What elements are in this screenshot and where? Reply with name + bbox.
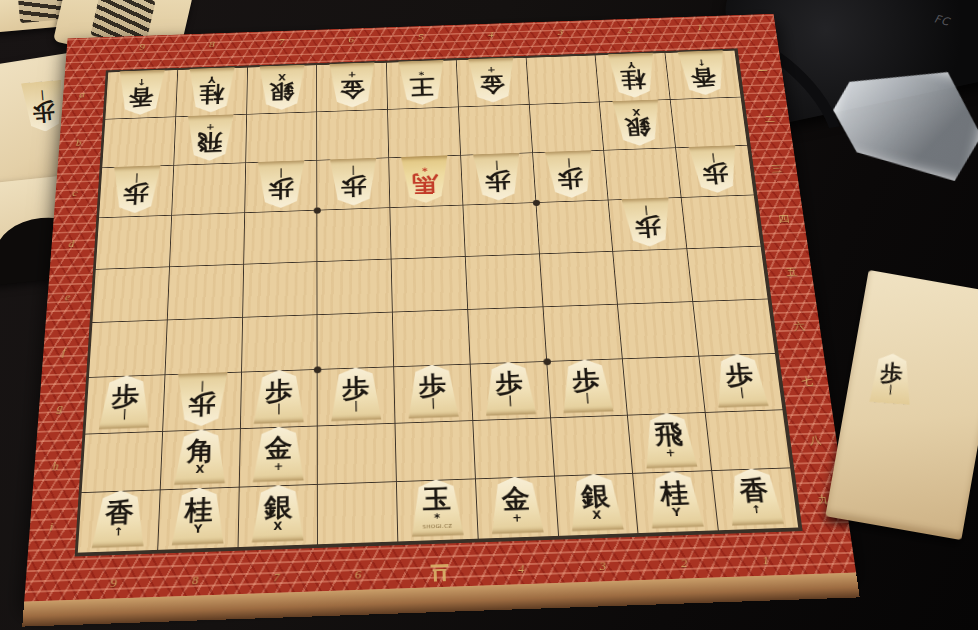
piece-銀-sente[interactable]: 銀X (248, 484, 307, 543)
piece-銀-gote[interactable]: 銀X (256, 64, 308, 110)
square-2-2[interactable]: 銀X (600, 100, 676, 151)
square-4-7[interactable]: 歩| (471, 362, 551, 421)
square-9-9[interactable]: 香↑ (78, 490, 161, 553)
piece-金-sente[interactable]: 金+ (486, 475, 547, 534)
piece-歩-gote[interactable]: 歩| (327, 157, 381, 206)
piece-move-arrow-icon: ↑ (113, 526, 123, 537)
piece-飛-sente[interactable]: 飛+ (638, 412, 701, 469)
piece-香-sente[interactable]: 香↑ (722, 467, 787, 525)
board-border: 香↑桂Y銀X金+王*金+桂Y香↑飛+銀X歩|歩|歩|馬*歩|歩|歩|歩|歩|歩|… (24, 14, 856, 604)
piece-kanji: 香 (105, 499, 135, 526)
piece-角-sente[interactable]: 角X (171, 428, 230, 485)
square-3-7[interactable]: 歩| (547, 359, 628, 418)
square-8-1[interactable]: 桂Y (176, 68, 248, 118)
piece-香-gote[interactable]: 香↑ (674, 50, 731, 96)
square-4-3[interactable]: 歩| (461, 153, 536, 205)
file-label-top-7: 7 (279, 36, 285, 47)
piece-move-arrow-icon: | (279, 168, 283, 177)
square-9-7[interactable]: 歩| (85, 375, 165, 434)
piece-kanji: 歩 (188, 391, 216, 417)
piece-kanji: 銀 (264, 494, 292, 521)
square-6-9[interactable] (318, 482, 398, 545)
rank-label-left-g: g (56, 401, 63, 415)
square-5-7[interactable]: 歩| (394, 365, 473, 424)
piece-桂-gote[interactable]: 桂Y (185, 67, 238, 113)
piece-桂-sente[interactable]: 桂Y (168, 487, 228, 546)
piece-kanji: 桂 (659, 480, 690, 507)
rank-label-left-d: d (68, 238, 75, 251)
rank-label-right-4: 四 (778, 213, 791, 227)
piece-銀-sente[interactable]: 銀X (565, 473, 628, 531)
square-8-2[interactable]: 飛+ (174, 115, 247, 166)
piece-kanji: 歩 (495, 370, 524, 396)
piece-kanji: 玉 (422, 485, 451, 512)
piece-kanji: 角 (186, 438, 214, 465)
file-label-top-5: 5 (418, 32, 424, 43)
square-9-3[interactable]: 歩| (99, 166, 174, 219)
piece-kanji: 王 (409, 76, 435, 98)
brand-crest-icon (430, 562, 448, 582)
square-1-4[interactable] (682, 195, 762, 249)
square-6-6[interactable] (318, 312, 394, 369)
square-1-9[interactable]: 香↑ (712, 468, 799, 531)
rank-label-right-8: 八 (809, 432, 823, 447)
piece-金-gote[interactable]: 金+ (465, 57, 519, 103)
piece-王-gote[interactable]: 王* (396, 60, 449, 106)
file-label-bottom-7: 7 (273, 570, 280, 585)
rank-label-left-f: f (62, 345, 66, 358)
file-label-top-9: 9 (139, 41, 145, 52)
piece-kanji: 歩 (701, 162, 729, 185)
square-9-6[interactable] (89, 320, 168, 378)
square-7-2[interactable] (246, 112, 318, 163)
rank-label-right-2: 二 (764, 113, 776, 126)
square-2-1[interactable]: 桂Y (596, 53, 671, 102)
piece-move-arrow-icon: | (567, 158, 572, 167)
piece-kanji: 桂 (199, 83, 225, 105)
square-4-1[interactable]: 金+ (457, 58, 530, 107)
rank-label-right-1: 一 (757, 65, 769, 77)
piece-move-arrow-icon: | (200, 381, 204, 391)
king-brand-stamp: SHOGI.CZ (423, 524, 453, 530)
piece-kanji: 飛 (197, 131, 223, 153)
piece-move-arrow-icon: Y (627, 60, 635, 69)
rank-label-left-b: b (75, 137, 81, 149)
piece-move-arrow-icon: | (431, 398, 436, 408)
piece-桂-sente[interactable]: 桂Y (643, 470, 707, 528)
piece-move-arrow-icon: X (195, 464, 204, 475)
square-3-6[interactable] (543, 305, 623, 362)
piece-move-arrow-icon: | (122, 409, 127, 419)
file-label-top-1: 1 (696, 22, 703, 33)
piece-move-arrow-icon: X (278, 73, 286, 82)
rank-label-right-3: 三 (771, 162, 783, 175)
square-8-4[interactable] (170, 213, 245, 267)
piece-歩-gote[interactable]: 歩| (542, 150, 599, 199)
square-6-1[interactable]: 金+ (317, 63, 388, 112)
square-2-8[interactable]: 飛+ (628, 413, 712, 474)
piece-kanji: 飛 (654, 421, 684, 447)
rank-label-left-e: e (65, 291, 71, 304)
piece-kanji: 歩 (32, 100, 56, 124)
square-4-5[interactable] (466, 254, 544, 310)
file-label-bottom-9: 9 (110, 576, 117, 591)
piece-kanji: 金 (479, 73, 505, 95)
piece-kanji: 歩 (485, 170, 512, 193)
file-label-bottom-4: 4 (517, 561, 524, 576)
square-3-3[interactable]: 歩| (533, 151, 609, 203)
square-1-1[interactable]: 香↑ (666, 51, 742, 100)
square-9-2[interactable] (102, 117, 176, 168)
piece-move-arrow-icon: X (273, 520, 282, 531)
piece-歩-gote[interactable]: 歩| (685, 145, 744, 193)
square-6-2[interactable] (317, 110, 389, 161)
square-5-2[interactable] (388, 107, 461, 158)
square-8-7[interactable]: 歩| (163, 373, 242, 432)
square-4-6[interactable] (468, 307, 547, 364)
square-6-5[interactable] (318, 259, 393, 315)
square-7-9[interactable]: 銀X (238, 485, 318, 548)
piece-move-arrow-icon: | (354, 401, 358, 411)
piece-move-arrow-icon: Y (672, 507, 682, 518)
piece-kanji: 歩 (725, 362, 755, 388)
square-5-5[interactable] (392, 257, 468, 313)
piece-move-arrow-icon: | (508, 395, 513, 405)
rank-label-right-5: 五 (785, 265, 798, 279)
square-5-6[interactable] (393, 310, 471, 367)
square-2-3[interactable] (604, 148, 681, 200)
square-7-5[interactable] (243, 262, 318, 318)
piece-move-arrow-icon: | (644, 206, 649, 215)
piece-move-arrow-icon: X (632, 107, 641, 116)
piece-kanji: 歩 (419, 373, 447, 399)
square-7-1[interactable]: 銀X (247, 65, 318, 114)
square-8-5[interactable] (168, 265, 244, 321)
piece-move-arrow-icon: * (434, 512, 441, 523)
piece-金-sente[interactable]: 金+ (249, 425, 307, 482)
file-label-bottom-6: 6 (355, 567, 362, 582)
square-3-5[interactable] (540, 252, 619, 308)
piece-kanji: 歩 (880, 362, 903, 385)
piece-歩-sente[interactable]: 歩| (557, 358, 618, 413)
piece-move-arrow-icon: | (711, 153, 716, 162)
piece-kanji: 歩 (557, 167, 584, 190)
square-1-2[interactable] (671, 97, 748, 148)
captured-piece-歩[interactable]: 歩| (867, 352, 916, 405)
piece-move-arrow-icon: * (419, 68, 425, 77)
square-3-9[interactable]: 銀X (555, 474, 639, 537)
square-3-4[interactable] (536, 200, 613, 254)
piece-kanji: 歩 (123, 182, 150, 205)
square-3-2[interactable] (529, 102, 604, 153)
square-1-5[interactable] (688, 247, 769, 302)
piece-歩-sente[interactable]: 歩| (709, 353, 772, 408)
piece-香-sente[interactable]: 香↑ (88, 489, 149, 548)
piece-kanji: 香 (738, 477, 769, 504)
square-5-4[interactable] (390, 205, 465, 259)
piece-move-arrow-icon: + (274, 461, 284, 472)
square-3-1[interactable] (526, 55, 600, 104)
square-2-7[interactable] (623, 357, 706, 416)
piece-kanji: 歩 (111, 384, 140, 410)
square-1-7[interactable]: 歩| (700, 354, 784, 413)
piece-玉-sente[interactable]: 玉*SHOGI.CZ (407, 478, 467, 537)
table-surface: FC 歩|歩| 香↑桂Y銀X金+王*金+桂Y香↑飛+銀X歩|歩|歩|馬*歩|歩|… (0, 0, 978, 630)
piece-kanji: 歩 (634, 215, 662, 238)
square-9-4[interactable] (96, 216, 172, 270)
square-5-3[interactable]: 馬* (389, 156, 463, 208)
piece-move-arrow-icon: Y (208, 75, 216, 84)
file-label-top-3: 3 (557, 27, 563, 38)
piece-香-gote[interactable]: 香↑ (115, 69, 169, 115)
square-9-5[interactable] (92, 267, 169, 323)
piece-kanji: 香 (689, 66, 716, 87)
piece-move-arrow-icon: | (888, 384, 892, 394)
file-label-top-8: 8 (209, 39, 215, 50)
piece-kanji: 金 (339, 78, 364, 100)
piece-歩-gote[interactable]: 歩| (470, 152, 526, 201)
piece-move-arrow-icon: | (351, 166, 355, 175)
square-5-1[interactable]: 王* (387, 60, 459, 109)
square-4-2[interactable] (459, 105, 533, 156)
file-label-bottom-1: 1 (761, 553, 769, 568)
file-label-bottom-3: 3 (599, 559, 607, 574)
piece-kanji: 桂 (184, 497, 213, 524)
square-7-8[interactable]: 金+ (239, 426, 318, 487)
file-label-top-6: 6 (348, 34, 354, 45)
square-1-8[interactable] (706, 410, 791, 471)
piece-歩-gote[interactable]: 歩| (173, 372, 231, 427)
piece-move-arrow-icon: ↑ (751, 504, 762, 515)
file-label-top-4: 4 (488, 29, 494, 40)
board-grid: 香↑桂Y銀X金+王*金+桂Y香↑飛+銀X歩|歩|歩|馬*歩|歩|歩|歩|歩|歩|… (75, 48, 803, 556)
square-8-3[interactable] (172, 163, 246, 215)
piece-歩-gote[interactable]: 歩| (109, 165, 164, 214)
piece-move-arrow-icon: + (665, 447, 676, 458)
piece-kanji: 金 (265, 435, 293, 462)
komadai-black[interactable]: 歩| (825, 270, 978, 540)
piece-move-arrow-icon: X (592, 509, 602, 520)
piece-歩-sente[interactable]: 歩| (250, 369, 307, 424)
square-8-6[interactable] (165, 318, 242, 375)
piece-飛-gote[interactable]: 飛+ (183, 114, 237, 161)
piece-馬-gote[interactable]: 馬* (398, 155, 453, 204)
piece-move-arrow-icon: + (487, 65, 496, 74)
piece-move-arrow-icon: Y (194, 523, 203, 534)
piece-kanji: 馬 (412, 172, 438, 195)
piece-金-gote[interactable]: 金+ (326, 62, 378, 108)
square-7-4[interactable] (244, 211, 318, 265)
square-3-8[interactable] (551, 416, 634, 477)
piece-桂-gote[interactable]: 桂Y (605, 52, 661, 98)
piece-kanji: 銀 (580, 483, 610, 510)
rank-label-right-6: 六 (793, 319, 806, 333)
square-7-7[interactable]: 歩| (240, 370, 318, 429)
square-1-6[interactable] (693, 299, 775, 356)
rank-label-left-h: h (52, 459, 59, 473)
piece-move-arrow-icon: | (277, 403, 281, 413)
square-9-1[interactable]: 香↑ (105, 70, 178, 120)
square-4-8[interactable] (473, 418, 555, 479)
square-6-3[interactable]: 歩| (317, 158, 390, 210)
piece-kanji: 銀 (624, 116, 651, 138)
piece-kanji: 歩 (340, 175, 366, 198)
square-8-8[interactable]: 角X (160, 429, 240, 490)
square-2-4[interactable]: 歩| (609, 198, 688, 252)
square-5-8[interactable] (396, 421, 476, 482)
piece-move-arrow-icon: * (422, 163, 428, 172)
piece-kanji: 歩 (572, 368, 601, 394)
piece-move-arrow-icon: ↑ (138, 77, 147, 86)
square-2-6[interactable] (618, 302, 699, 359)
piece-move-arrow-icon: | (495, 161, 499, 170)
piece-歩-sente[interactable]: 歩| (95, 374, 154, 429)
square-6-4[interactable] (318, 208, 392, 262)
piece-move-arrow-icon: + (347, 70, 356, 79)
piece-kanji: 金 (501, 485, 531, 512)
square-1-3[interactable]: 歩| (676, 146, 754, 198)
piece-move-arrow-icon: | (585, 393, 590, 403)
file-label-top-2: 2 (627, 24, 634, 35)
piece-銀-gote[interactable]: 銀X (609, 99, 666, 146)
square-4-4[interactable] (463, 203, 539, 257)
piece-歩-gote[interactable]: 歩| (254, 160, 307, 209)
piece-歩-gote[interactable]: 歩| (618, 197, 677, 247)
piece-kanji: 桂 (619, 68, 646, 89)
piece-kanji: 香 (128, 86, 154, 108)
square-2-9[interactable]: 桂Y (634, 471, 720, 534)
rank-label-left-c: c (72, 187, 78, 199)
square-4-9[interactable]: 金+ (476, 477, 559, 540)
file-label-bottom-2: 2 (680, 556, 688, 571)
piece-歩-sente[interactable]: 歩| (480, 361, 539, 416)
rank-label-left-a: a (79, 89, 85, 101)
piece-歩-sente[interactable]: 歩| (328, 366, 385, 421)
square-7-3[interactable]: 歩| (245, 161, 318, 213)
shogi-board: 香↑桂Y銀X金+王*金+桂Y香↑飛+銀X歩|歩|歩|馬*歩|歩|歩|歩|歩|歩|… (22, 14, 859, 627)
square-7-6[interactable] (242, 315, 318, 372)
square-6-7[interactable]: 歩| (318, 367, 396, 426)
rank-label-left-i: i (49, 519, 54, 534)
rank-label-right-7: 七 (800, 375, 813, 390)
piece-kanji: 歩 (268, 177, 294, 200)
piece-kanji: 銀 (269, 81, 294, 103)
piece-move-arrow-icon: | (40, 90, 45, 100)
square-2-5[interactable] (614, 249, 694, 304)
square-5-9[interactable]: 玉*SHOGI.CZ (397, 479, 479, 542)
piece-kanji: 歩 (265, 378, 292, 404)
piece-move-arrow-icon: + (206, 122, 215, 131)
piece-kanji: 歩 (342, 376, 370, 402)
piece-move-arrow-icon: ↑ (696, 58, 706, 67)
piece-歩-sente[interactable]: 歩| (404, 364, 462, 419)
file-label-bottom-8: 8 (192, 573, 199, 588)
square-9-8[interactable] (82, 432, 163, 493)
piece-move-arrow-icon: + (512, 512, 522, 523)
square-6-8[interactable] (318, 424, 397, 485)
square-8-9[interactable]: 桂Y (158, 488, 239, 551)
